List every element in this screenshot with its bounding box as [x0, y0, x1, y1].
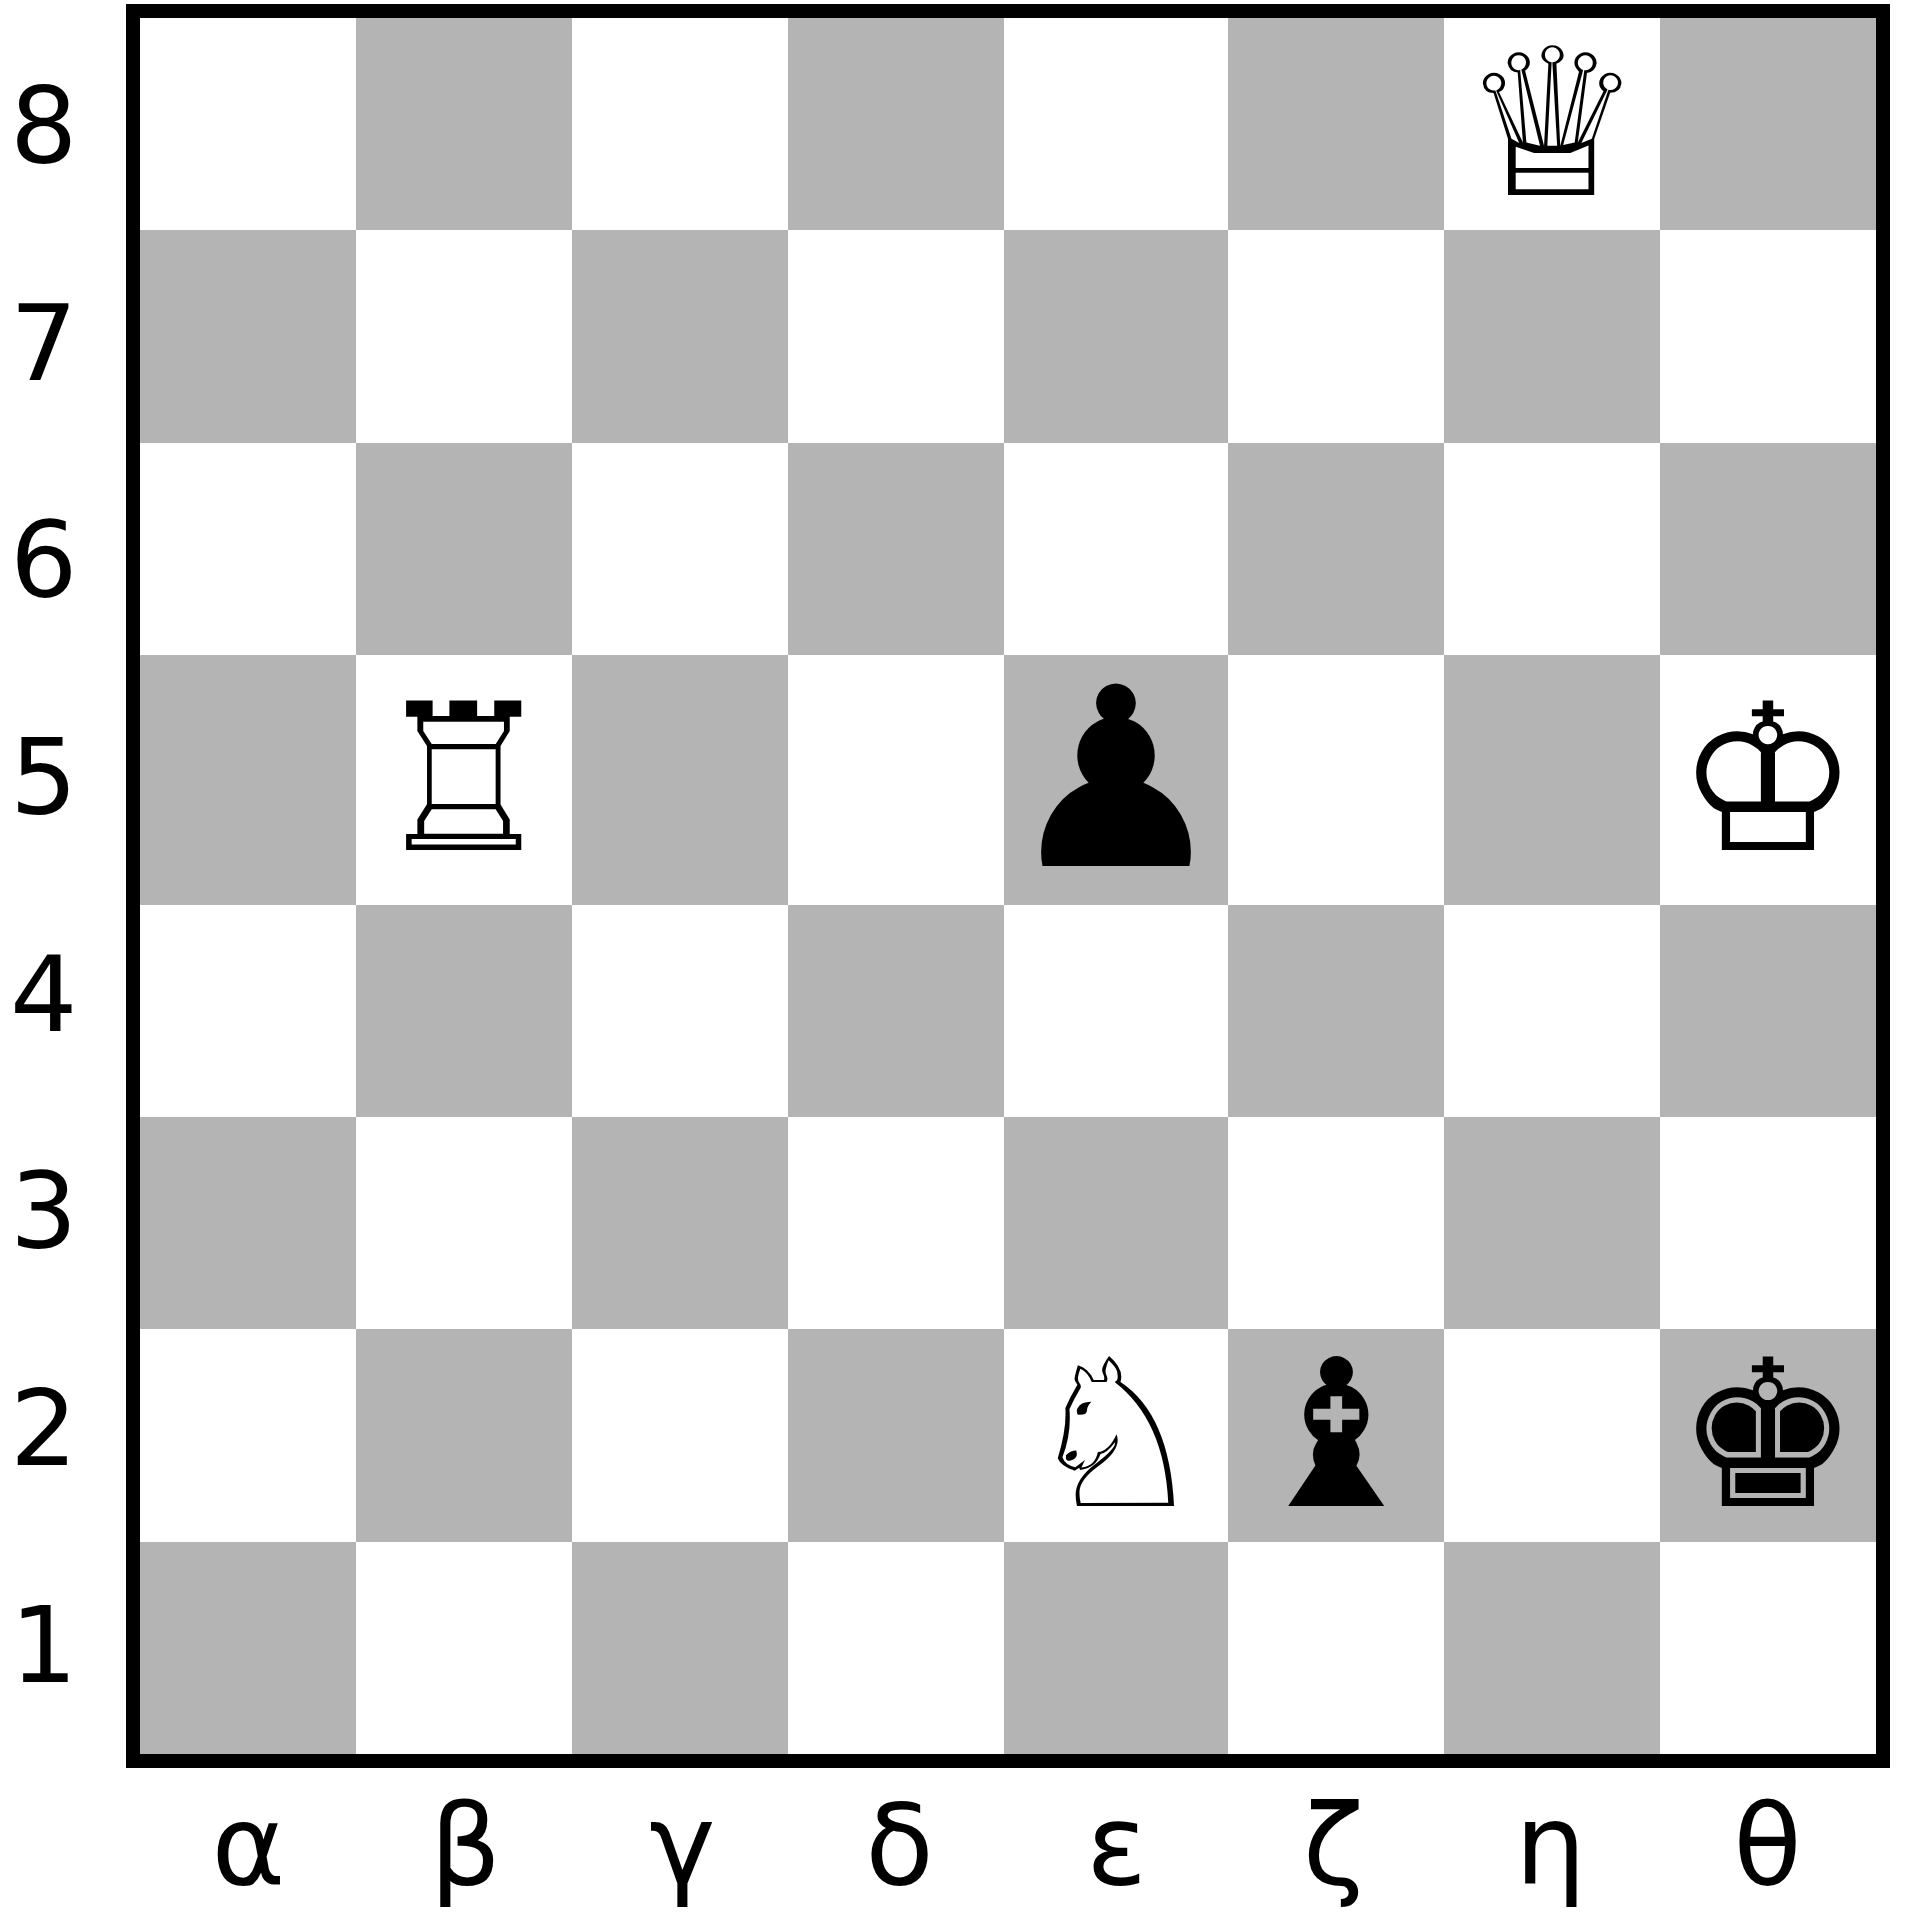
square-d2[interactable]	[788, 1329, 1004, 1541]
square-d1[interactable]	[788, 1542, 1004, 1754]
square-c3[interactable]	[572, 1117, 788, 1329]
file-label-theta: θ	[1659, 1778, 1876, 1912]
rank-label-7: 7	[0, 235, 126, 452]
square-a8[interactable]	[140, 18, 356, 230]
square-b4[interactable]	[356, 905, 572, 1117]
square-a2[interactable]	[140, 1329, 356, 1541]
square-f8[interactable]	[1228, 18, 1444, 230]
piece-white-rook[interactable]: ♖	[372, 677, 556, 882]
square-a5[interactable]	[140, 655, 356, 905]
square-e4[interactable]	[1004, 905, 1228, 1117]
rank-label-2: 2	[0, 1320, 126, 1537]
square-c7[interactable]	[572, 230, 788, 442]
rank-label-8: 8	[0, 18, 126, 235]
square-c4[interactable]	[572, 905, 788, 1117]
square-f7[interactable]	[1228, 230, 1444, 442]
square-g3[interactable]	[1444, 1117, 1660, 1329]
square-e6[interactable]	[1004, 443, 1228, 655]
square-h7[interactable]	[1660, 230, 1876, 442]
rank-label-3: 3	[0, 1103, 126, 1320]
square-c6[interactable]	[572, 443, 788, 655]
file-label-alpha: α	[140, 1778, 357, 1912]
square-e8[interactable]	[1004, 18, 1228, 230]
square-b7[interactable]	[356, 230, 572, 442]
square-e3[interactable]	[1004, 1117, 1228, 1329]
square-c1[interactable]	[572, 1542, 788, 1754]
square-c8[interactable]	[572, 18, 788, 230]
square-a3[interactable]	[140, 1117, 356, 1329]
square-h8[interactable]	[1660, 18, 1876, 230]
square-a1[interactable]	[140, 1542, 356, 1754]
file-label-beta: β	[357, 1778, 574, 1912]
square-h3[interactable]	[1660, 1117, 1876, 1329]
square-e5[interactable]: ♟	[1004, 655, 1228, 905]
square-e7[interactable]	[1004, 230, 1228, 442]
rank-label-1: 1	[0, 1537, 126, 1754]
rank-label-4: 4	[0, 886, 126, 1103]
square-d4[interactable]	[788, 905, 1004, 1117]
square-b5[interactable]: ♖	[356, 655, 572, 905]
square-c5[interactable]	[572, 655, 788, 905]
file-label-delta: δ	[791, 1778, 1008, 1912]
file-label-eta: η	[1442, 1778, 1659, 1912]
square-g8[interactable]: ♕	[1444, 18, 1660, 230]
piece-black-king[interactable]: ♚	[1676, 1333, 1860, 1538]
square-f6[interactable]	[1228, 443, 1444, 655]
square-a4[interactable]	[140, 905, 356, 1117]
square-c2[interactable]	[572, 1329, 788, 1541]
chess-diagram: 87654321 ♕♖♟♔♘♝♚ αβγδεζηθ	[0, 0, 1920, 1920]
square-f1[interactable]	[1228, 1542, 1444, 1754]
square-b6[interactable]	[356, 443, 572, 655]
square-f4[interactable]	[1228, 905, 1444, 1117]
piece-white-knight[interactable]: ♘	[1024, 1333, 1208, 1538]
square-g1[interactable]	[1444, 1542, 1660, 1754]
rank-label-6: 6	[0, 452, 126, 669]
square-b8[interactable]	[356, 18, 572, 230]
file-label-zeta: ζ	[1225, 1778, 1442, 1912]
file-label-epsilon: ε	[1008, 1778, 1225, 1912]
chess-board: ♕♖♟♔♘♝♚	[126, 4, 1890, 1768]
square-d5[interactable]	[788, 655, 1004, 905]
square-f2[interactable]: ♝	[1228, 1329, 1444, 1541]
square-b1[interactable]	[356, 1542, 572, 1754]
file-label-gamma: γ	[574, 1778, 791, 1912]
piece-black-pawn[interactable]: ♟	[1004, 655, 1228, 905]
square-g2[interactable]	[1444, 1329, 1660, 1541]
square-g7[interactable]	[1444, 230, 1660, 442]
square-g6[interactable]	[1444, 443, 1660, 655]
square-a6[interactable]	[140, 443, 356, 655]
square-a7[interactable]	[140, 230, 356, 442]
piece-black-bishop[interactable]: ♝	[1244, 1333, 1428, 1538]
square-g4[interactable]	[1444, 905, 1660, 1117]
square-h6[interactable]	[1660, 443, 1876, 655]
square-d3[interactable]	[788, 1117, 1004, 1329]
square-b2[interactable]	[356, 1329, 572, 1541]
file-labels: αβγδεζηθ	[140, 1778, 1876, 1912]
square-h2[interactable]: ♚	[1660, 1329, 1876, 1541]
square-h1[interactable]	[1660, 1542, 1876, 1754]
piece-white-king[interactable]: ♔	[1676, 677, 1860, 882]
square-g5[interactable]	[1444, 655, 1660, 905]
rank-label-5: 5	[0, 669, 126, 886]
square-f5[interactable]	[1228, 655, 1444, 905]
square-h5[interactable]: ♔	[1660, 655, 1876, 905]
square-e1[interactable]	[1004, 1542, 1228, 1754]
square-d7[interactable]	[788, 230, 1004, 442]
rank-labels: 87654321	[0, 18, 126, 1754]
square-d8[interactable]	[788, 18, 1004, 230]
square-d6[interactable]	[788, 443, 1004, 655]
piece-white-queen[interactable]: ♕	[1460, 22, 1644, 227]
square-h4[interactable]	[1660, 905, 1876, 1117]
square-b3[interactable]	[356, 1117, 572, 1329]
square-f3[interactable]	[1228, 1117, 1444, 1329]
square-e2[interactable]: ♘	[1004, 1329, 1228, 1541]
